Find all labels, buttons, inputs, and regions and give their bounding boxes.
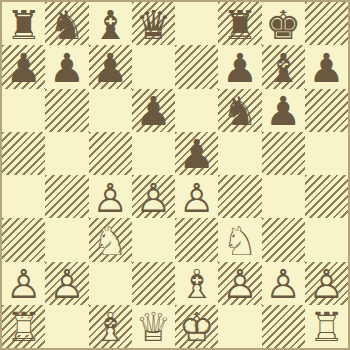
piece-glyph: ♜ [6,5,42,45]
chess-board: ♜♞♝♛♜♚♟♟♟♟♝♟♟♞♟♟♟♙♟♙♟♙♞♘♞♘♟♙♟♙♝♗♟♙♟♙♟♙♜♖… [0,0,350,350]
square-d2[interactable] [132,262,175,305]
square-d4[interactable]: ♟♙ [132,175,175,218]
square-e4[interactable]: ♟♙ [175,175,218,218]
square-c1[interactable]: ♝♗ [89,305,132,348]
square-g4[interactable] [262,175,305,218]
square-a6[interactable] [2,89,45,132]
square-c3[interactable]: ♞♘ [89,218,132,261]
piece-outline-layer: ♙ [49,264,85,304]
square-a2[interactable]: ♟♙ [2,262,45,305]
piece-white-pawn: ♟♙ [135,178,171,218]
piece-outline-layer: ♙ [92,178,128,218]
piece-black-knight: ♞ [49,5,85,45]
piece-black-pawn: ♟ [222,48,258,88]
piece-black-pawn: ♟ [49,48,85,88]
piece-glyph: ♟ [6,48,42,88]
piece-glyph: ♞ [222,91,258,131]
square-d6[interactable]: ♟ [132,89,175,132]
piece-outline-layer: ♗ [92,307,128,347]
piece-glyph: ♛ [135,5,171,45]
square-a3[interactable] [2,218,45,261]
square-c4[interactable]: ♟♙ [89,175,132,218]
square-f2[interactable]: ♟♙ [218,262,261,305]
square-h5[interactable] [305,132,348,175]
piece-white-king: ♚♔ [179,307,215,347]
square-f5[interactable] [218,132,261,175]
square-f3[interactable]: ♞♘ [218,218,261,261]
square-c5[interactable] [89,132,132,175]
piece-glyph: ♝ [265,48,301,88]
square-g7[interactable]: ♝ [262,45,305,88]
piece-glyph: ♟ [92,48,128,88]
piece-black-bishop: ♝ [92,5,128,45]
piece-outline-layer: ♔ [179,307,215,347]
piece-outline-layer: ♙ [6,264,42,304]
piece-glyph: ♝ [92,5,128,45]
piece-black-pawn: ♟ [6,48,42,88]
square-b3[interactable] [45,218,88,261]
square-c6[interactable] [89,89,132,132]
square-h1[interactable]: ♜♖ [305,305,348,348]
square-a8[interactable]: ♜ [2,2,45,45]
piece-glyph: ♟ [308,48,344,88]
piece-glyph: ♟ [222,48,258,88]
piece-black-queen: ♛ [135,5,171,45]
piece-outline-layer: ♙ [265,264,301,304]
square-c7[interactable]: ♟ [89,45,132,88]
square-e3[interactable] [175,218,218,261]
piece-white-pawn: ♟♙ [222,264,258,304]
square-a5[interactable] [2,132,45,175]
square-d8[interactable]: ♛ [132,2,175,45]
square-c8[interactable]: ♝ [89,2,132,45]
square-c2[interactable] [89,262,132,305]
square-b7[interactable]: ♟ [45,45,88,88]
square-d5[interactable] [132,132,175,175]
piece-glyph: ♞ [49,5,85,45]
square-g6[interactable]: ♟ [262,89,305,132]
piece-outline-layer: ♙ [135,178,171,218]
piece-black-king: ♚ [265,5,301,45]
square-f6[interactable]: ♞ [218,89,261,132]
square-f4[interactable] [218,175,261,218]
square-f7[interactable]: ♟ [218,45,261,88]
square-g1[interactable] [262,305,305,348]
square-b4[interactable] [45,175,88,218]
square-e5[interactable]: ♟ [175,132,218,175]
piece-glyph: ♚ [265,5,301,45]
square-a1[interactable]: ♜♖ [2,305,45,348]
piece-white-rook: ♜♖ [6,307,42,347]
piece-outline-layer: ♘ [222,221,258,261]
piece-black-pawn: ♟ [92,48,128,88]
piece-outline-layer: ♕ [135,307,171,347]
piece-white-pawn: ♟♙ [49,264,85,304]
piece-white-pawn: ♟♙ [92,178,128,218]
piece-black-pawn: ♟ [265,91,301,131]
piece-black-bishop: ♝ [265,48,301,88]
square-a4[interactable] [2,175,45,218]
piece-white-bishop: ♝♗ [92,307,128,347]
square-h8[interactable] [305,2,348,45]
square-f8[interactable]: ♜ [218,2,261,45]
piece-black-knight: ♞ [222,91,258,131]
piece-glyph: ♟ [179,134,215,174]
piece-white-bishop: ♝♗ [179,264,215,304]
square-e1[interactable]: ♚♔ [175,305,218,348]
square-e8[interactable] [175,2,218,45]
square-b8[interactable]: ♞ [45,2,88,45]
piece-outline-layer: ♙ [179,178,215,218]
square-g8[interactable]: ♚ [262,2,305,45]
square-h2[interactable]: ♟♙ [305,262,348,305]
square-g2[interactable]: ♟♙ [262,262,305,305]
piece-glyph: ♟ [49,48,85,88]
piece-black-pawn: ♟ [179,134,215,174]
square-d7[interactable] [132,45,175,88]
piece-outline-layer: ♖ [308,307,344,347]
square-g5[interactable] [262,132,305,175]
square-e6[interactable] [175,89,218,132]
square-b6[interactable] [45,89,88,132]
square-b5[interactable] [45,132,88,175]
piece-white-pawn: ♟♙ [265,264,301,304]
square-d1[interactable]: ♛♕ [132,305,175,348]
piece-white-pawn: ♟♙ [308,264,344,304]
piece-outline-layer: ♙ [222,264,258,304]
piece-white-knight: ♞♘ [222,221,258,261]
square-h6[interactable] [305,89,348,132]
square-e7[interactable] [175,45,218,88]
square-f1[interactable] [218,305,261,348]
piece-outline-layer: ♗ [179,264,215,304]
square-a7[interactable]: ♟ [2,45,45,88]
square-d3[interactable] [132,218,175,261]
piece-white-knight: ♞♘ [92,221,128,261]
square-g3[interactable] [262,218,305,261]
piece-glyph: ♟ [265,91,301,131]
piece-white-pawn: ♟♙ [179,178,215,218]
piece-outline-layer: ♘ [92,221,128,261]
piece-white-pawn: ♟♙ [6,264,42,304]
piece-black-rook: ♜ [6,5,42,45]
piece-black-pawn: ♟ [135,91,171,131]
square-b2[interactable]: ♟♙ [45,262,88,305]
piece-glyph: ♟ [135,91,171,131]
piece-black-rook: ♜ [222,5,258,45]
square-h7[interactable]: ♟ [305,45,348,88]
square-h4[interactable] [305,175,348,218]
piece-outline-layer: ♙ [308,264,344,304]
piece-white-queen: ♛♕ [135,307,171,347]
piece-white-rook: ♜♖ [308,307,344,347]
piece-outline-layer: ♖ [6,307,42,347]
piece-black-pawn: ♟ [308,48,344,88]
piece-glyph: ♜ [222,5,258,45]
square-h3[interactable] [305,218,348,261]
square-b1[interactable] [45,305,88,348]
square-e2[interactable]: ♝♗ [175,262,218,305]
